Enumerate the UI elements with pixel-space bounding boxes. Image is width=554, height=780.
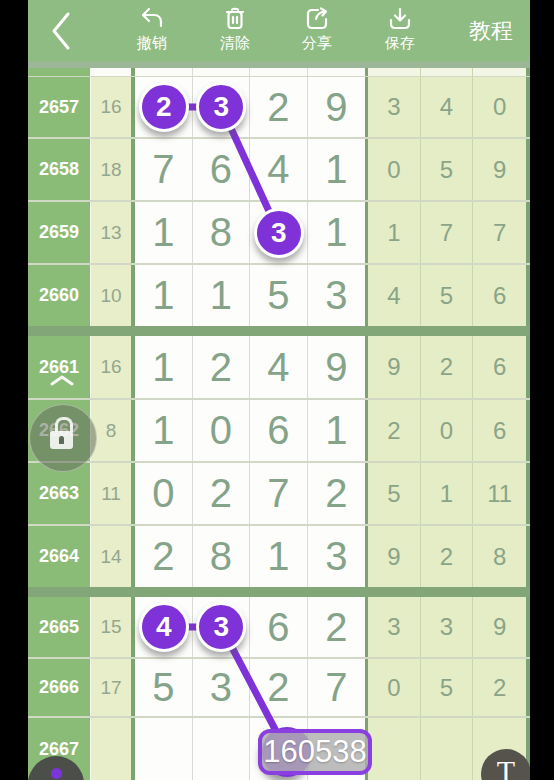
cell-stat [368,718,421,780]
save-label: 保存 [385,33,415,53]
cell-stat: 6 [473,265,526,326]
cell-digit[interactable]: 4 [250,336,308,398]
cell-id [28,68,90,76]
scroll-up-chevron-icon[interactable] [50,372,74,390]
cell-id: 2663 [28,463,90,524]
cell-stat: 0 [368,139,421,200]
cell-count [90,718,131,780]
cell-stat: 4 [421,77,474,137]
cell-digit[interactable]: 9 [308,77,366,137]
cell-stat [421,68,474,76]
cell-stat: 1 [368,202,421,263]
back-button[interactable] [46,8,80,54]
cell-digit[interactable]: 1 [308,202,366,263]
group-separator [28,326,530,336]
cell-stat: 5 [421,265,474,326]
cell-digit[interactable]: 7 [250,463,308,524]
cell-count: 11 [90,463,131,524]
clear-button[interactable]: 清除 [207,4,263,58]
table-row: 26651562339 [28,597,530,657]
cell-stat: 9 [473,139,526,200]
cell-digit[interactable]: 1 [135,336,193,398]
left-black-bar [0,0,28,780]
table-row: 26631102725111 [28,463,530,524]
cell-id: 2666 [28,659,90,716]
cell-digit[interactable]: 1 [308,139,366,200]
undo-button[interactable]: 撤销 [124,4,180,58]
table-row: 2660101153456 [28,265,530,326]
annotation-circle[interactable]: 4 [139,602,189,652]
cell-digit[interactable]: 0 [193,400,251,461]
cell-digit [135,68,193,76]
clear-label: 清除 [220,33,250,53]
cell-count [90,68,131,76]
cell-count: 10 [90,265,131,326]
cell-stat: 8 [473,526,526,587]
table-row: 2661161249926 [28,336,530,398]
cell-digit[interactable]: 8 [193,526,251,587]
table-row: 2666175327052 [28,659,530,716]
cell-stat: 5 [421,659,474,716]
cell-count: 14 [90,526,131,587]
lock-button[interactable] [29,404,97,472]
cell-stat: 1 [421,463,474,524]
cell-count: 13 [90,202,131,263]
cell-digit[interactable]: 6 [250,597,308,657]
cell-id: 2658 [28,139,90,200]
cell-digit[interactable]: 1 [135,400,193,461]
cell-digit[interactable]: 5 [135,659,193,716]
cell-digit[interactable]: 2 [193,336,251,398]
cell-digit[interactable]: 2 [193,463,251,524]
cell-digit[interactable]: 5 [250,265,308,326]
cell-stat: 2 [421,336,474,398]
trash-icon [222,4,248,32]
toolbar-separator [28,62,530,68]
cell-id: 2664 [28,526,90,587]
content-area: 撤销 清除 分享 [28,0,530,780]
cell-digit[interactable]: 2 [308,597,366,657]
share-button[interactable]: 分享 [289,4,345,58]
cell-digit[interactable]: 2 [250,77,308,137]
group-separator [28,587,530,597]
undo-label: 撤销 [137,33,167,53]
toolbar: 撤销 清除 分享 [28,0,530,62]
cell-stat: 0 [368,659,421,716]
cell-stat [368,68,421,76]
lock-icon [50,425,76,455]
cell-digit[interactable]: 3 [193,659,251,716]
cell-stat: 2 [368,400,421,461]
cell-stat: 3 [368,597,421,657]
share-icon [304,4,330,32]
cell-count: 18 [90,139,131,200]
cell-stat: 3 [368,77,421,137]
annotation-circle[interactable]: 3 [196,82,246,132]
cell-id: 2660 [28,265,90,326]
cell-digit[interactable]: 1 [308,400,366,461]
back-chevron-icon [46,40,76,57]
cell-stat: 5 [368,463,421,524]
table-row: 26571629340 [28,77,530,137]
cell-count: 15 [90,597,131,657]
cell-stat: 9 [473,597,526,657]
cell-stat [473,68,526,76]
cell-stat: 5 [421,139,474,200]
cell-digit[interactable]: 7 [308,659,366,716]
partial-row [28,68,530,76]
right-black-bar [530,0,554,780]
cell-digit[interactable]: 3 [308,265,366,326]
cell-stat: 0 [421,400,474,461]
cell-stat: 6 [473,400,526,461]
cell-stat: 0 [473,77,526,137]
annotation-circle[interactable]: 3 [196,602,246,652]
cell-digit[interactable]: 1 [135,202,193,263]
cell-digit[interactable]: 4 [250,139,308,200]
cell-stat: 7 [473,202,526,263]
cell-stat: 7 [421,202,474,263]
cell-digit[interactable]: 2 [250,659,308,716]
cell-id: 2659 [28,202,90,263]
table-row: 2664142813928 [28,526,530,587]
cell-digit[interactable]: 8 [193,202,251,263]
cell-id: 2657 [28,77,90,137]
share-label: 分享 [302,33,332,53]
cell-digit[interactable]: 9 [308,336,366,398]
cell-stat: 6 [473,336,526,398]
cell-digit[interactable]: 3 [308,526,366,587]
cell-digit[interactable]: 7 [135,139,193,200]
cell-digit[interactable]: 6 [193,139,251,200]
cell-count: 16 [90,77,131,137]
annotation-number-input[interactable]: 160538 [258,729,372,775]
cell-digit[interactable] [193,718,251,780]
cell-digit[interactable]: 1 [135,265,193,326]
cell-count: 17 [90,659,131,716]
cell-digit[interactable] [135,718,193,780]
cell-stat: 3 [421,597,474,657]
cell-digit [308,68,366,76]
cell-stat [421,718,474,780]
cell-digit [193,68,251,76]
cell-digit[interactable]: 1 [193,265,251,326]
tutorial-button[interactable]: 教程 [456,0,526,62]
cell-digit[interactable]: 2 [308,463,366,524]
cell-stat: 4 [368,265,421,326]
cell-digit[interactable]: 6 [250,400,308,461]
cell-stat: 11 [473,463,526,524]
cell-id: 2665 [28,597,90,657]
annotation-circle[interactable]: 3 [254,208,304,258]
annotation-circle[interactable]: 2 [139,82,189,132]
pen-color-dot [51,768,62,779]
table-row: 2658187641059 [28,139,530,200]
cell-count: 16 [90,336,131,398]
cell-stat: 9 [368,526,421,587]
cell-stat: 9 [368,336,421,398]
cell-stat: 2 [421,526,474,587]
undo-icon [139,4,165,32]
table-row: 266281061206 [28,400,530,461]
cell-digit[interactable]: 2 [135,526,193,587]
cell-digit [250,68,308,76]
save-icon [387,4,413,32]
cell-stat: 2 [473,659,526,716]
app-screen: 撤销 清除 分享 [0,0,554,780]
cell-digit[interactable]: 1 [250,526,308,587]
save-button[interactable]: 保存 [372,4,428,58]
cell-digit[interactable]: 0 [135,463,193,524]
